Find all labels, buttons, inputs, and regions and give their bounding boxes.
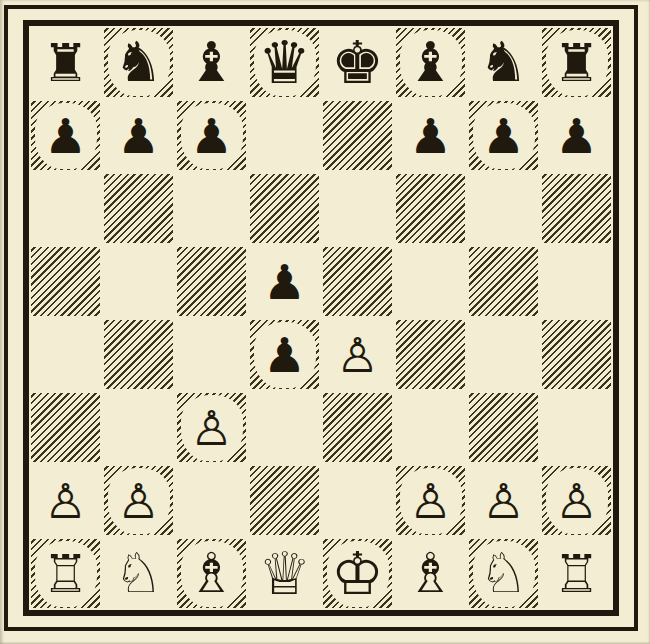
square-e3[interactable] <box>321 391 394 464</box>
square-a2[interactable]: ♙ <box>29 464 102 537</box>
square-e7[interactable] <box>321 99 394 172</box>
square-b3[interactable] <box>102 391 175 464</box>
black-queen-d8[interactable]: ♛ <box>254 30 316 96</box>
square-d5[interactable]: ♟ <box>248 245 321 318</box>
square-a7[interactable]: ♟ <box>29 99 102 172</box>
square-d4[interactable]: ♟ <box>248 318 321 391</box>
square-c1[interactable]: ♗ <box>175 537 248 610</box>
black-bishop-f8[interactable]: ♝ <box>400 30 462 96</box>
white-rook-a1[interactable]: ♖ <box>35 541 97 607</box>
square-e8[interactable]: ♚ <box>321 26 394 99</box>
black-knight-g8[interactable]: ♞ <box>473 30 535 96</box>
black-pawn-h7[interactable]: ♟ <box>546 103 608 169</box>
square-h5[interactable] <box>540 245 613 318</box>
square-f3[interactable] <box>394 391 467 464</box>
black-king-e8[interactable]: ♚ <box>327 30 389 96</box>
white-rook-h1[interactable]: ♖ <box>546 541 608 607</box>
square-c6[interactable] <box>175 172 248 245</box>
square-d7[interactable] <box>248 99 321 172</box>
white-pawn-b2[interactable]: ♙ <box>108 468 170 534</box>
square-g7[interactable]: ♟ <box>467 99 540 172</box>
white-pawn-h2[interactable]: ♙ <box>546 468 608 534</box>
square-g5[interactable] <box>467 245 540 318</box>
square-a8[interactable]: ♜ <box>29 26 102 99</box>
square-h2[interactable]: ♙ <box>540 464 613 537</box>
square-c3[interactable]: ♙ <box>175 391 248 464</box>
white-queen-d1[interactable]: ♕ <box>254 541 316 607</box>
square-h4[interactable] <box>540 318 613 391</box>
square-f6[interactable] <box>394 172 467 245</box>
square-e4[interactable]: ♙ <box>321 318 394 391</box>
square-d1[interactable]: ♕ <box>248 537 321 610</box>
white-knight-g1[interactable]: ♘ <box>473 541 535 607</box>
square-f1[interactable]: ♗ <box>394 537 467 610</box>
black-pawn-d5[interactable]: ♟ <box>254 249 316 315</box>
square-e2[interactable] <box>321 464 394 537</box>
square-f2[interactable]: ♙ <box>394 464 467 537</box>
square-g1[interactable]: ♘ <box>467 537 540 610</box>
black-pawn-d4[interactable]: ♟ <box>254 322 316 388</box>
square-f8[interactable]: ♝ <box>394 26 467 99</box>
black-pawn-c7[interactable]: ♟ <box>181 103 243 169</box>
square-e1[interactable]: ♔ <box>321 537 394 610</box>
square-c5[interactable] <box>175 245 248 318</box>
square-h6[interactable] <box>540 172 613 245</box>
diagram-outer-border: ♜♞♝♛♚♝♞♜♟♟♟♟♟♟♟♟♙♙♙♙♙♙♙♖♘♗♕♔♗♘♖ <box>4 5 638 631</box>
square-b8[interactable]: ♞ <box>102 26 175 99</box>
square-c7[interactable]: ♟ <box>175 99 248 172</box>
square-e5[interactable] <box>321 245 394 318</box>
black-knight-b8[interactable]: ♞ <box>108 30 170 96</box>
black-pawn-f7[interactable]: ♟ <box>400 103 462 169</box>
square-f5[interactable] <box>394 245 467 318</box>
square-b7[interactable]: ♟ <box>102 99 175 172</box>
square-f7[interactable]: ♟ <box>394 99 467 172</box>
black-pawn-a7[interactable]: ♟ <box>35 103 97 169</box>
black-pawn-b7[interactable]: ♟ <box>108 103 170 169</box>
white-pawn-f2[interactable]: ♙ <box>400 468 462 534</box>
square-c8[interactable]: ♝ <box>175 26 248 99</box>
square-a6[interactable] <box>29 172 102 245</box>
square-e6[interactable] <box>321 172 394 245</box>
square-g3[interactable] <box>467 391 540 464</box>
square-c4[interactable] <box>175 318 248 391</box>
white-bishop-c1[interactable]: ♗ <box>181 541 243 607</box>
square-c2[interactable] <box>175 464 248 537</box>
white-bishop-f1[interactable]: ♗ <box>400 541 462 607</box>
square-a4[interactable] <box>29 318 102 391</box>
black-rook-a8[interactable]: ♜ <box>35 30 97 96</box>
square-a3[interactable] <box>29 391 102 464</box>
black-pawn-g7[interactable]: ♟ <box>473 103 535 169</box>
square-a5[interactable] <box>29 245 102 318</box>
square-d6[interactable] <box>248 172 321 245</box>
square-g4[interactable] <box>467 318 540 391</box>
board-frame: ♜♞♝♛♚♝♞♜♟♟♟♟♟♟♟♟♙♙♙♙♙♙♙♖♘♗♕♔♗♘♖ <box>23 20 619 616</box>
square-d3[interactable] <box>248 391 321 464</box>
white-pawn-a2[interactable]: ♙ <box>35 468 97 534</box>
square-h7[interactable]: ♟ <box>540 99 613 172</box>
square-a1[interactable]: ♖ <box>29 537 102 610</box>
square-g8[interactable]: ♞ <box>467 26 540 99</box>
white-king-e1[interactable]: ♔ <box>327 541 389 607</box>
square-b6[interactable] <box>102 172 175 245</box>
white-pawn-c3[interactable]: ♙ <box>181 395 243 461</box>
square-f4[interactable] <box>394 318 467 391</box>
square-d8[interactable]: ♛ <box>248 26 321 99</box>
square-b5[interactable] <box>102 245 175 318</box>
white-knight-b1[interactable]: ♘ <box>108 541 170 607</box>
square-b1[interactable]: ♘ <box>102 537 175 610</box>
square-b4[interactable] <box>102 318 175 391</box>
square-h8[interactable]: ♜ <box>540 26 613 99</box>
white-pawn-e4[interactable]: ♙ <box>327 322 389 388</box>
black-bishop-c8[interactable]: ♝ <box>181 30 243 96</box>
square-h3[interactable] <box>540 391 613 464</box>
square-g2[interactable]: ♙ <box>467 464 540 537</box>
chess-board: ♜♞♝♛♚♝♞♜♟♟♟♟♟♟♟♟♙♙♙♙♙♙♙♖♘♗♕♔♗♘♖ <box>29 26 613 610</box>
square-g6[interactable] <box>467 172 540 245</box>
square-b2[interactable]: ♙ <box>102 464 175 537</box>
black-rook-h8[interactable]: ♜ <box>546 30 608 96</box>
square-d2[interactable] <box>248 464 321 537</box>
scanned-page: ♜♞♝♛♚♝♞♜♟♟♟♟♟♟♟♟♙♙♙♙♙♙♙♖♘♗♕♔♗♘♖ <box>0 0 650 644</box>
square-h1[interactable]: ♖ <box>540 537 613 610</box>
white-pawn-g2[interactable]: ♙ <box>473 468 535 534</box>
